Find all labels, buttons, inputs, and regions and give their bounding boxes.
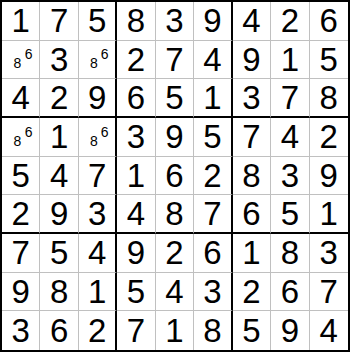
cell-r2c1[interactable]: 68 [2,41,40,80]
cell-r6c4[interactable]: 4 [117,195,155,234]
cell-r8c8[interactable]: 6 [271,273,309,312]
cell-r5c6[interactable]: 2 [194,157,232,196]
cell-r7c8[interactable]: 8 [271,234,309,273]
cell-r6c3[interactable]: 3 [79,195,117,234]
cell-r8c6[interactable]: 3 [194,273,232,312]
cell-value: 7 [242,120,260,153]
cell-value: 8 [203,314,221,347]
cell-value: 9 [242,43,260,76]
cell-value: 3 [281,159,299,192]
cell-r3c6[interactable]: 1 [194,79,232,118]
cell-value: 1 [127,159,145,192]
cell-r4c3[interactable]: 68 [79,118,117,157]
cell-r9c9[interactable]: 4 [310,311,348,350]
cell-value: 1 [165,314,183,347]
cell-value: 7 [320,275,338,308]
cell-value: 6 [242,197,260,230]
cell-r8c1[interactable]: 9 [2,273,40,312]
candidate-6: 6 [25,47,33,61]
cell-r2c3[interactable]: 68 [79,41,117,80]
cell-value: 6 [320,4,338,37]
cell-value: 1 [320,197,338,230]
cell-r8c9[interactable]: 7 [310,273,348,312]
cell-r1c5[interactable]: 3 [156,2,194,41]
cell-r8c5[interactable]: 4 [156,273,194,312]
cell-value: 2 [50,81,68,114]
cell-r9c7[interactable]: 5 [233,311,271,350]
cell-value: 1 [88,275,106,308]
cell-value: 8 [281,236,299,269]
cell-r3c8[interactable]: 7 [271,79,309,118]
cell-r5c4[interactable]: 1 [117,157,155,196]
cell-r8c3[interactable]: 1 [79,273,117,312]
cell-r5c1[interactable]: 5 [2,157,40,196]
cell-value: 4 [320,314,338,347]
cell-value: 5 [203,120,221,153]
cell-r1c7[interactable]: 4 [233,2,271,41]
cell-r9c6[interactable]: 8 [194,311,232,350]
candidate-8: 8 [13,134,21,148]
cell-r1c9[interactable]: 6 [310,2,348,41]
candidate-6: 6 [101,125,109,139]
cell-r7c9[interactable]: 3 [310,234,348,273]
cell-value: 5 [242,314,260,347]
cell-value: 2 [320,120,338,153]
cell-value: 3 [165,4,183,37]
cell-r3c4[interactable]: 6 [117,79,155,118]
cell-value: 9 [203,4,221,37]
cell-r9c4[interactable]: 7 [117,311,155,350]
cell-value: 5 [88,4,106,37]
cell-r6c9[interactable]: 1 [310,195,348,234]
cell-r5c7[interactable]: 8 [233,157,271,196]
cell-value: 6 [281,275,299,308]
cell-r6c1[interactable]: 2 [2,195,40,234]
cell-value: 2 [281,4,299,37]
cell-value: 2 [127,43,145,76]
cell-value: 6 [165,159,183,192]
cell-r2c5[interactable]: 7 [156,41,194,80]
cell-value: 2 [12,197,30,230]
candidate-6: 6 [25,125,33,139]
cell-r9c5[interactable]: 1 [156,311,194,350]
cell-value: 7 [12,236,30,269]
cell-value: 5 [12,159,30,192]
cell-value: 6 [127,81,145,114]
cell-value: 4 [165,275,183,308]
cell-value: 9 [127,236,145,269]
cell-r3c7[interactable]: 3 [233,79,271,118]
cell-value: 1 [242,236,260,269]
cell-r2c6[interactable]: 4 [194,41,232,80]
cell-r4c4[interactable]: 3 [117,118,155,157]
cell-r8c2[interactable]: 8 [40,273,78,312]
candidate-8: 8 [90,134,98,148]
cell-r8c4[interactable]: 5 [117,273,155,312]
cell-r8c7[interactable]: 2 [233,273,271,312]
cell-value: 1 [203,81,221,114]
cell-value: 9 [12,275,30,308]
cell-r3c1[interactable]: 4 [2,79,40,118]
cell-r1c1[interactable]: 1 [2,2,40,41]
cell-r5c8[interactable]: 3 [271,157,309,196]
cell-value: 6 [203,236,221,269]
cell-r7c5[interactable]: 2 [156,234,194,273]
cell-value: 9 [165,120,183,153]
cell-r3c9[interactable]: 8 [310,79,348,118]
cell-value: 1 [50,120,68,153]
cell-r5c3[interactable]: 7 [79,157,117,196]
cell-r1c4[interactable]: 8 [117,2,155,41]
cell-r3c5[interactable]: 5 [156,79,194,118]
cell-r4c6[interactable]: 5 [194,118,232,157]
cell-value: 6 [50,314,68,347]
cell-value: 5 [127,275,145,308]
cell-r4c1[interactable]: 68 [2,118,40,157]
cell-r3c3[interactable]: 9 [79,79,117,118]
cell-value: 3 [320,236,338,269]
cell-r4c5[interactable]: 9 [156,118,194,157]
cell-r7c6[interactable]: 6 [194,234,232,273]
cell-value: 4 [281,120,299,153]
cell-value: 4 [12,81,30,114]
cell-value: 7 [127,314,145,347]
cell-value: 3 [50,43,68,76]
cell-r5c2[interactable]: 4 [40,157,78,196]
cell-value: 1 [281,43,299,76]
cell-r7c2[interactable]: 5 [40,234,78,273]
cell-r3c2[interactable]: 2 [40,79,78,118]
cell-value: 5 [165,81,183,114]
cell-value: 1 [12,4,30,37]
cell-r2c4[interactable]: 2 [117,41,155,80]
cell-value: 5 [50,236,68,269]
candidate-8: 8 [90,56,98,70]
cell-r9c3[interactable]: 2 [79,311,117,350]
cell-r9c2[interactable]: 6 [40,311,78,350]
cell-r4c2[interactable]: 1 [40,118,78,157]
cell-value: 7 [165,43,183,76]
cell-value: 4 [242,4,260,37]
cell-r6c5[interactable]: 8 [156,195,194,234]
cell-r5c5[interactable]: 6 [156,157,194,196]
cell-r7c3[interactable]: 4 [79,234,117,273]
cell-r1c8[interactable]: 2 [271,2,309,41]
cell-r6c7[interactable]: 6 [233,195,271,234]
cell-value: 8 [242,159,260,192]
cell-value: 2 [242,275,260,308]
cell-r4c7[interactable]: 7 [233,118,271,157]
cell-r2c9[interactable]: 5 [310,41,348,80]
cell-value: 9 [88,81,106,114]
cell-r6c8[interactable]: 5 [271,195,309,234]
cell-value: 9 [50,197,68,230]
cell-value: 3 [203,275,221,308]
cell-value: 2 [88,314,106,347]
cell-value: 8 [50,275,68,308]
cell-r1c6[interactable]: 9 [194,2,232,41]
candidate-8: 8 [13,56,21,70]
cell-r2c2[interactable]: 3 [40,41,78,80]
cell-value: 8 [127,4,145,37]
cell-value: 4 [203,43,221,76]
candidate-6: 6 [101,47,109,61]
cell-r6c2[interactable]: 9 [40,195,78,234]
cell-value: 3 [12,314,30,347]
cell-value: 8 [165,197,183,230]
cell-r4c9[interactable]: 2 [310,118,348,157]
cell-r1c2[interactable]: 7 [40,2,78,41]
cell-value: 4 [127,197,145,230]
cell-r5c9[interactable]: 9 [310,157,348,196]
cell-r4c8[interactable]: 4 [271,118,309,157]
cell-value: 4 [88,236,106,269]
sudoku-board: 1758394266836827491542965137868168395742… [0,0,350,352]
cell-value: 4 [50,159,68,192]
cell-r2c8[interactable]: 1 [271,41,309,80]
cell-value: 2 [203,159,221,192]
cell-r6c6[interactable]: 7 [194,195,232,234]
cell-value: 2 [165,236,183,269]
cell-value: 9 [320,159,338,192]
cell-value: 7 [281,81,299,114]
cell-value: 9 [281,314,299,347]
cell-r7c7[interactable]: 1 [233,234,271,273]
cell-value: 7 [88,159,106,192]
cell-r7c4[interactable]: 9 [117,234,155,273]
cell-r9c8[interactable]: 9 [271,311,309,350]
cell-r9c1[interactable]: 3 [2,311,40,350]
cell-r7c1[interactable]: 7 [2,234,40,273]
cell-value: 7 [203,197,221,230]
cell-value: 3 [242,81,260,114]
cell-value: 5 [281,197,299,230]
cell-r1c3[interactable]: 5 [79,2,117,41]
cell-value: 3 [127,120,145,153]
cell-value: 7 [50,4,68,37]
cell-value: 8 [320,81,338,114]
cell-value: 5 [320,43,338,76]
cell-value: 3 [88,197,106,230]
cell-r2c7[interactable]: 9 [233,41,271,80]
